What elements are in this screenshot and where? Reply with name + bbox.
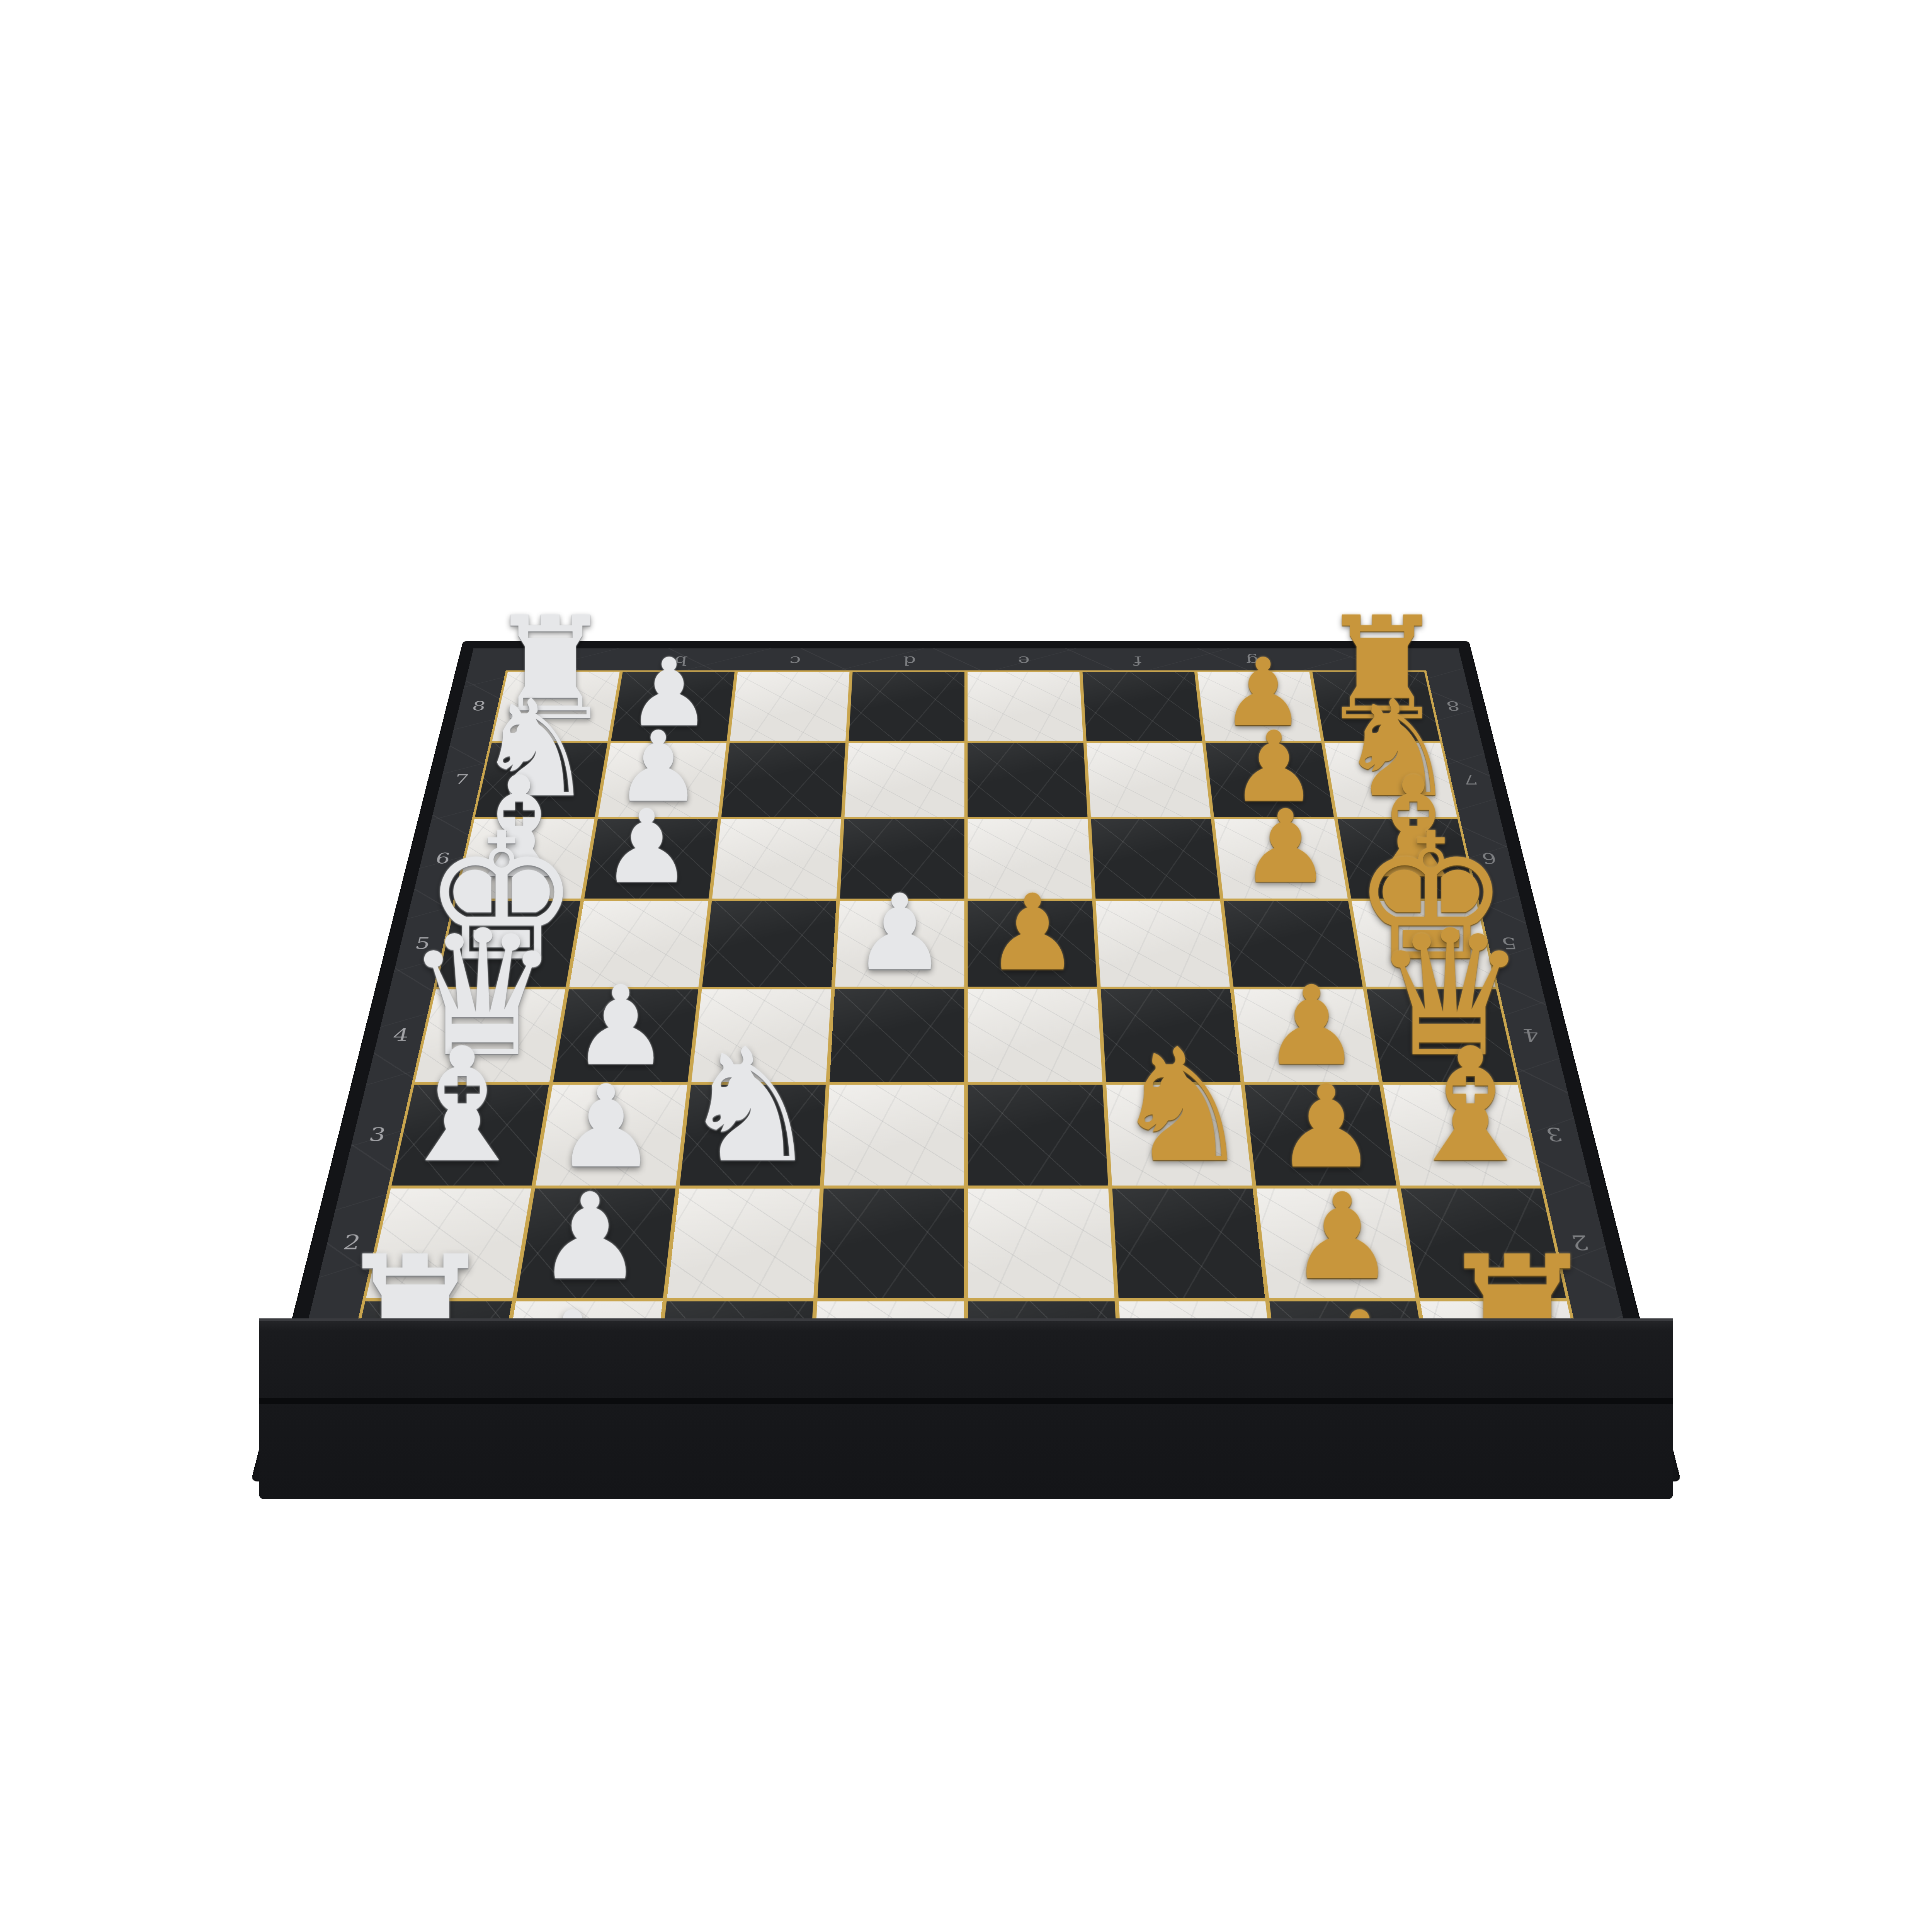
- square-c7[interactable]: [721, 743, 845, 817]
- silver-pawn-b6[interactable]: ♟: [601, 796, 692, 898]
- square-f3[interactable]: ♞: [1106, 1085, 1252, 1186]
- square-f7[interactable]: [1087, 743, 1211, 817]
- square-f6[interactable]: [1091, 819, 1220, 899]
- file-label-back-c: c: [782, 654, 807, 668]
- gold-knight-f3[interactable]: ♞: [1112, 1028, 1252, 1184]
- square-d4[interactable]: [830, 989, 964, 1082]
- storage-box-front: [259, 1318, 1673, 1499]
- silver-pawn-d5[interactable]: ♟: [852, 880, 947, 985]
- square-g2[interactable]: ♟: [1257, 1189, 1415, 1298]
- square-e3[interactable]: [968, 1085, 1108, 1186]
- gold-pawn-g3[interactable]: ♟: [1275, 1070, 1378, 1184]
- box-lid-edge: [259, 1318, 1673, 1321]
- square-c2[interactable]: [667, 1189, 820, 1298]
- silver-knight-c3[interactable]: ♞: [680, 1028, 820, 1184]
- square-e5[interactable]: ♟: [968, 901, 1097, 987]
- file-label-back-d: d: [897, 654, 921, 668]
- box-lid-seam: [259, 1398, 1673, 1404]
- square-c6[interactable]: [712, 819, 841, 899]
- square-d8[interactable]: [849, 672, 964, 741]
- square-d2[interactable]: [818, 1189, 964, 1298]
- square-f5[interactable]: [1096, 901, 1230, 987]
- gold-pawn-g2[interactable]: ♟: [1289, 1177, 1395, 1296]
- square-e4[interactable]: [968, 989, 1102, 1082]
- file-label-back-f: f: [1125, 654, 1150, 668]
- square-e8[interactable]: [968, 672, 1083, 741]
- gold-pawn-g6[interactable]: ♟: [1240, 796, 1331, 898]
- square-d5[interactable]: ♟: [835, 901, 964, 987]
- file-label-back-e: e: [1011, 654, 1035, 668]
- gold-pawn-e5[interactable]: ♟: [985, 880, 1080, 985]
- square-f2[interactable]: [1112, 1189, 1265, 1298]
- square-d3[interactable]: [824, 1085, 964, 1186]
- gold-bishop-h3[interactable]: ♝: [1400, 1027, 1541, 1184]
- square-e2[interactable]: [968, 1189, 1114, 1298]
- square-g6[interactable]: ♟: [1214, 819, 1348, 899]
- square-h3[interactable]: ♝: [1383, 1085, 1540, 1186]
- square-b6[interactable]: ♟: [584, 819, 718, 899]
- square-c3[interactable]: ♞: [680, 1085, 826, 1186]
- square-f8[interactable]: [1083, 672, 1202, 741]
- square-e7[interactable]: [968, 743, 1087, 817]
- rank-label-left-3: 3: [361, 1124, 395, 1145]
- silver-pawn-b2[interactable]: ♟: [537, 1177, 643, 1296]
- square-c8[interactable]: [730, 672, 849, 741]
- rank-label-right-3: 3: [1537, 1124, 1571, 1145]
- square-a3[interactable]: ♝: [391, 1085, 549, 1186]
- silver-pawn-b3[interactable]: ♟: [555, 1070, 657, 1184]
- square-b2[interactable]: ♟: [517, 1189, 675, 1298]
- chess-board[interactable]: ♜♟♟♜♞♟♟♞♝♟♟♝♚♟♟♚♛♟♟♛♝♟♞♞♟♝♟♟♜♟♟♜: [334, 670, 1598, 1424]
- square-c5[interactable]: [702, 901, 836, 987]
- silver-bishop-a3[interactable]: ♝: [391, 1027, 532, 1184]
- square-d7[interactable]: [845, 743, 964, 817]
